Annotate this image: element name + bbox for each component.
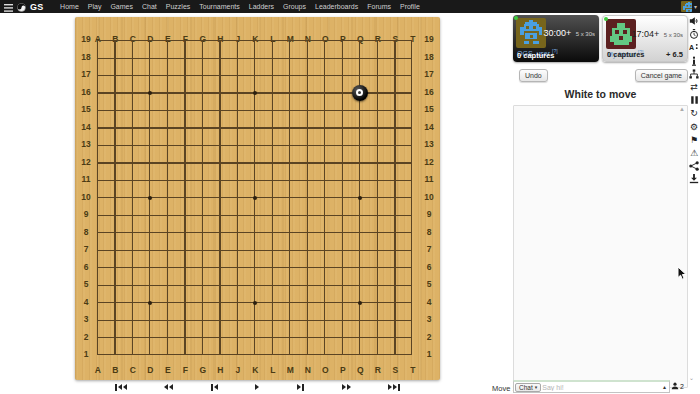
coord-label: B — [107, 365, 125, 375]
coordinates-icon[interactable]: A — [689, 42, 699, 52]
info-icon[interactable] — [689, 56, 699, 66]
column-labels-bottom: ABCDEFGHJKLMNOPQRST — [89, 365, 422, 375]
nav-item-home[interactable]: Home — [56, 3, 84, 10]
go-board: ABCDEFGHJKLMNOPQRST ABCDEFGHJKLMNOPQRST … — [75, 17, 440, 380]
coord-label: O — [317, 365, 335, 375]
coord-label: 9 — [418, 206, 440, 224]
coord-label: G — [194, 365, 212, 375]
nav-item-profile[interactable]: Profile — [395, 3, 424, 10]
chat-users-count[interactable]: 2 — [671, 382, 684, 391]
coord-label: 3 — [75, 311, 97, 329]
coord-label: 14 — [418, 119, 440, 137]
last-move-marker — [356, 89, 363, 96]
nav-item-leaderboards[interactable]: Leaderboards — [311, 3, 363, 10]
coord-label: N — [299, 365, 317, 375]
coord-label: 12 — [75, 154, 97, 172]
chat-bar: Chat▾ ▴ — [513, 380, 670, 393]
komi-value: + 6.5 — [666, 50, 683, 59]
coord-label: 3 — [418, 311, 440, 329]
coord-label: 5 — [418, 276, 440, 294]
star-point — [148, 91, 152, 95]
chevron-down-icon[interactable]: ⌄ — [689, 374, 694, 381]
nav-item-play[interactable]: Play — [83, 3, 106, 10]
users-icon — [671, 382, 679, 391]
star-point — [253, 301, 257, 305]
step-forward-button[interactable] — [297, 383, 304, 391]
coord-label: 8 — [418, 224, 440, 242]
coord-label: L — [264, 365, 282, 375]
coord-label: R — [369, 365, 387, 375]
online-indicator — [604, 17, 608, 21]
playback-controls — [115, 382, 400, 392]
nav-item-games[interactable]: Games — [106, 3, 138, 10]
star-point — [148, 196, 152, 200]
coord-label: 7 — [75, 241, 97, 259]
fast-backward-start-button[interactable] — [115, 383, 127, 391]
coord-label: 10 — [418, 189, 440, 207]
fork-icon[interactable] — [689, 69, 699, 79]
white-player-clock: 17:04+ 5 x 30s — [631, 23, 683, 41]
nav-item-tournaments[interactable]: Tournaments — [195, 3, 244, 10]
black-stone-Q16 — [352, 85, 368, 101]
chat-input[interactable] — [542, 382, 663, 392]
logo-stone-icon[interactable] — [17, 0, 26, 16]
warning-icon[interactable]: ⚠ — [689, 148, 699, 158]
coord-label: 16 — [418, 84, 440, 102]
chat-mode-dropdown[interactable]: Chat▾ — [515, 383, 541, 392]
download-icon[interactable] — [689, 174, 699, 184]
star-point — [253, 196, 257, 200]
coord-label: T — [404, 365, 422, 375]
caret-down-icon[interactable]: ▾ — [694, 4, 697, 10]
nav-item-puzzles[interactable]: Puzzles — [161, 3, 195, 10]
top-navbar: GS HomePlayGamesChatPuzzlesTournamentsLa… — [0, 0, 700, 13]
game-dock: A⇄↻⚙⚑⚠ — [688, 16, 700, 184]
coord-label: S — [387, 365, 405, 375]
row-labels-right: 19181716151413121110987654321 — [418, 31, 440, 364]
share-icon[interactable] — [689, 161, 699, 171]
coord-label: 19 — [75, 31, 97, 49]
coord-label: Q — [352, 365, 370, 375]
caret-down-icon: ▾ — [535, 385, 538, 390]
nav-item-ladders[interactable]: Ladders — [244, 3, 278, 10]
fast-forward-button[interactable] — [342, 383, 351, 391]
board-grid[interactable] — [97, 40, 412, 355]
coord-label: 1 — [418, 346, 440, 364]
coord-label: H — [212, 365, 230, 375]
coord-label: 4 — [418, 294, 440, 312]
coord-label: 8 — [75, 224, 97, 242]
cancel-game-button[interactable]: Cancel game — [635, 69, 688, 82]
input-caret-icon[interactable]: ▴ — [663, 384, 669, 390]
star-point — [148, 301, 152, 305]
to-move-status: White to move — [513, 88, 688, 103]
coord-label: 10 — [75, 189, 97, 207]
black-captures: 0 captures — [517, 51, 555, 60]
black-player-avatar[interactable] — [516, 18, 546, 48]
nav-item-groups[interactable]: Groups — [279, 3, 311, 10]
coord-label: P — [334, 365, 352, 375]
star-point — [358, 301, 362, 305]
coord-label: 11 — [75, 171, 97, 189]
black-player-clock: 30:00+ 5 x 30s — [543, 22, 595, 40]
coord-label: 11 — [418, 171, 440, 189]
nav-item-forums[interactable]: Forums — [363, 3, 396, 10]
coord-label: C — [124, 365, 142, 375]
coord-label: 5 — [75, 276, 97, 294]
row-labels-left: 19181716151413121110987654321 — [75, 31, 97, 364]
coord-label: A — [89, 365, 107, 375]
coord-label: D — [142, 365, 160, 375]
fast-forward-end-button[interactable] — [388, 383, 400, 391]
undo-button[interactable]: Undo — [519, 69, 548, 82]
white-captures: 0 captures — [607, 50, 645, 59]
nav-item-chat[interactable]: Chat — [137, 3, 161, 10]
rewind-button[interactable] — [164, 383, 173, 391]
coord-label: 14 — [75, 119, 97, 137]
star-point — [358, 196, 362, 200]
svg-text:A: A — [689, 44, 694, 52]
coord-label: 1 — [75, 346, 97, 364]
coord-label: 7 — [418, 241, 440, 259]
pause-icon[interactable] — [689, 95, 699, 105]
coord-label: 18 — [418, 49, 440, 67]
coord-label: 17 — [75, 66, 97, 84]
coord-label: 19 — [418, 31, 440, 49]
game-panel: 30:00+ 5 x 30s OGS_user [?] 0 captures 1… — [513, 15, 688, 394]
coord-label: 6 — [75, 259, 97, 277]
coord-label: 13 — [75, 136, 97, 154]
settings-icon[interactable]: ⚙ — [689, 122, 699, 132]
hamburger-icon[interactable] — [4, 0, 13, 16]
coord-label: 9 — [75, 206, 97, 224]
coord-label: K — [247, 365, 265, 375]
flag-icon[interactable]: ⚑ — [689, 135, 699, 145]
logo-text[interactable]: GS — [30, 2, 44, 12]
coord-label: F — [177, 365, 195, 375]
coord-label: 18 — [75, 49, 97, 67]
coord-label: 12 — [418, 154, 440, 172]
step-back-button[interactable] — [211, 383, 218, 391]
coord-label: 4 — [75, 294, 97, 312]
coord-label: 2 — [75, 329, 97, 347]
scroll-up-icon[interactable]: ▲ — [679, 106, 685, 112]
black-player-card: 30:00+ 5 x 30s OGS_user [?] 0 captures — [513, 15, 599, 62]
coord-label: 15 — [418, 101, 440, 119]
coord-label: 15 — [75, 101, 97, 119]
stopwatch-icon[interactable] — [689, 29, 699, 39]
volume-icon[interactable] — [689, 16, 699, 26]
white-player-card: 17:04+ 5 x 30s My friend [?] 0 captures … — [602, 15, 688, 62]
coord-label: 16 — [75, 84, 97, 102]
nav-menu: HomePlayGamesChatPuzzlesTournamentsLadde… — [56, 3, 425, 10]
coord-label: 6 — [418, 259, 440, 277]
coord-label: E — [159, 365, 177, 375]
refresh-icon[interactable]: ↻ — [689, 108, 699, 118]
coord-label: 17 — [418, 66, 440, 84]
play-button[interactable] — [255, 383, 259, 391]
coord-label: J — [229, 365, 247, 375]
swap-icon[interactable]: ⇄ — [689, 82, 699, 92]
star-point — [253, 91, 257, 95]
coord-label: M — [282, 365, 300, 375]
online-indicator — [514, 16, 518, 20]
chat-log[interactable]: ▲ — [513, 105, 688, 388]
user-menu-avatar[interactable]: viewBox="0 0 16 16" width="100%" height=… — [681, 1, 692, 12]
coord-label: 2 — [418, 329, 440, 347]
coord-label: 13 — [418, 136, 440, 154]
